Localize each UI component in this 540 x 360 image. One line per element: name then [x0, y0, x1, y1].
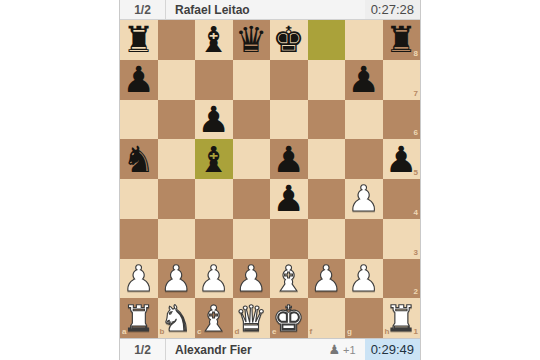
file-label-g: g [347, 328, 352, 336]
square-g8[interactable] [345, 20, 383, 60]
white-pawn[interactable]: ♟ [235, 259, 267, 298]
square-a5[interactable]: ♞ [120, 139, 158, 179]
square-g4[interactable]: ♟ [345, 179, 383, 219]
square-c1[interactable]: c♝ [195, 298, 233, 338]
square-g7[interactable]: ♟ [345, 60, 383, 100]
file-label-f: f [310, 328, 313, 336]
black-knight[interactable]: ♞ [123, 140, 155, 179]
bottom-player-clock: 0:29:49 [365, 339, 420, 360]
square-b5[interactable] [158, 139, 196, 179]
square-a2[interactable]: ♟ [120, 259, 158, 299]
square-f1[interactable]: f [308, 298, 346, 338]
square-b1[interactable]: b♞ [158, 298, 196, 338]
square-a7[interactable]: ♟ [120, 60, 158, 100]
square-h5[interactable]: 5♟ [383, 139, 421, 179]
black-queen[interactable]: ♛ [235, 20, 267, 59]
black-pawn[interactable]: ♟ [273, 179, 305, 218]
square-g6[interactable] [345, 100, 383, 140]
square-e3[interactable] [270, 219, 308, 259]
square-e6[interactable] [270, 100, 308, 140]
black-bishop[interactable]: ♝ [198, 20, 230, 59]
square-c6[interactable]: ♟ [195, 100, 233, 140]
rank-label-5: 5 [414, 169, 418, 177]
material-count: +1 [343, 344, 356, 356]
square-h4[interactable]: 4 [383, 179, 421, 219]
square-f6[interactable] [308, 100, 346, 140]
square-d3[interactable] [233, 219, 271, 259]
square-h3[interactable]: 3 [383, 219, 421, 259]
black-pawn[interactable]: ♟ [348, 60, 380, 99]
square-h2[interactable]: 2 [383, 259, 421, 299]
square-g1[interactable]: g [345, 298, 383, 338]
square-b6[interactable] [158, 100, 196, 140]
top-player-clock: 0:27:28 [365, 0, 420, 19]
rank-label-4: 4 [414, 209, 418, 217]
square-c7[interactable] [195, 60, 233, 100]
square-c8[interactable]: ♝ [195, 20, 233, 60]
white-queen[interactable]: ♛ [235, 299, 267, 338]
square-e7[interactable] [270, 60, 308, 100]
white-pawn[interactable]: ♟ [123, 259, 155, 298]
white-pawn[interactable]: ♟ [160, 259, 192, 298]
square-c5[interactable]: ♝ [195, 139, 233, 179]
square-b8[interactable] [158, 20, 196, 60]
black-pawn[interactable]: ♟ [123, 60, 155, 99]
white-king[interactable]: ♚ [273, 299, 305, 338]
square-e2[interactable]: ♝ [270, 259, 308, 299]
pawn-icon: ♟ [328, 343, 340, 356]
square-d5[interactable] [233, 139, 271, 179]
black-bishop[interactable]: ♝ [198, 140, 230, 179]
square-d8[interactable]: ♛ [233, 20, 271, 60]
white-pawn[interactable]: ♟ [198, 259, 230, 298]
white-pawn[interactable]: ♟ [348, 179, 380, 218]
square-c4[interactable] [195, 179, 233, 219]
square-d1[interactable]: d♛ [233, 298, 271, 338]
chess-tv-widget: 1/2 Rafael Leitao 0:27:28 ♜♝♛♚8♜♟♟7♟6♞♝♟… [119, 0, 421, 360]
square-c2[interactable]: ♟ [195, 259, 233, 299]
square-b4[interactable] [158, 179, 196, 219]
rank-label-8: 8 [414, 50, 418, 58]
black-pawn[interactable]: ♟ [198, 100, 230, 139]
square-g2[interactable]: ♟ [345, 259, 383, 299]
chess-board: ♜♝♛♚8♜♟♟7♟6♞♝♟5♟♟♟43♟♟♟♟♝♟♟2a♜b♞c♝d♛e♚fg… [120, 20, 420, 338]
page: 1/2 Rafael Leitao 0:27:28 ♜♝♛♚8♜♟♟7♟6♞♝♟… [0, 0, 540, 360]
white-bishop[interactable]: ♝ [198, 299, 230, 338]
square-d7[interactable] [233, 60, 271, 100]
material-advantage: ♟ +1 [328, 339, 355, 360]
square-e5[interactable]: ♟ [270, 139, 308, 179]
square-b3[interactable] [158, 219, 196, 259]
square-a3[interactable] [120, 219, 158, 259]
black-rook[interactable]: ♜ [123, 20, 155, 59]
square-g5[interactable] [345, 139, 383, 179]
square-c3[interactable] [195, 219, 233, 259]
white-knight[interactable]: ♞ [160, 299, 192, 338]
square-d6[interactable] [233, 100, 271, 140]
rank-label-3: 3 [414, 249, 418, 257]
square-h1[interactable]: h1♜ [383, 298, 421, 338]
bottom-player-name: Alexandr Fier [166, 339, 328, 360]
black-pawn[interactable]: ♟ [385, 140, 417, 179]
square-d4[interactable] [233, 179, 271, 219]
black-pawn[interactable]: ♟ [273, 140, 305, 179]
top-player-bar: 1/2 Rafael Leitao 0:27:28 [120, 0, 420, 20]
white-bishop[interactable]: ♝ [273, 259, 305, 298]
square-f8[interactable] [308, 20, 346, 60]
square-b2[interactable]: ♟ [158, 259, 196, 299]
rank-label-6: 6 [414, 129, 418, 137]
square-g3[interactable] [345, 219, 383, 259]
square-a8[interactable]: ♜ [120, 20, 158, 60]
black-king[interactable]: ♚ [273, 20, 305, 59]
white-rook[interactable]: ♜ [123, 299, 155, 338]
white-rook[interactable]: ♜ [385, 299, 417, 338]
square-f3[interactable] [308, 219, 346, 259]
square-f7[interactable] [308, 60, 346, 100]
top-player-name: Rafael Leitao [166, 0, 365, 19]
square-h8[interactable]: 8♜ [383, 20, 421, 60]
square-a6[interactable] [120, 100, 158, 140]
white-pawn[interactable]: ♟ [348, 259, 380, 298]
rank-label-7: 7 [414, 90, 418, 98]
square-h7[interactable]: 7 [383, 60, 421, 100]
square-e1[interactable]: e♚ [270, 298, 308, 338]
square-b7[interactable] [158, 60, 196, 100]
bottom-player-score: 1/2 [120, 339, 166, 360]
square-a1[interactable]: a♜ [120, 298, 158, 338]
square-h6[interactable]: 6 [383, 100, 421, 140]
square-a4[interactable] [120, 179, 158, 219]
square-d2[interactable]: ♟ [233, 259, 271, 299]
square-f2[interactable]: ♟ [308, 259, 346, 299]
square-f5[interactable] [308, 139, 346, 179]
rank-label-2: 2 [414, 288, 418, 296]
bottom-player-bar: 1/2 Alexandr Fier ♟ +1 0:29:49 [120, 338, 420, 360]
white-pawn[interactable]: ♟ [310, 259, 342, 298]
square-e4[interactable]: ♟ [270, 179, 308, 219]
black-rook[interactable]: ♜ [385, 20, 417, 59]
top-player-score: 1/2 [120, 0, 166, 19]
square-e8[interactable]: ♚ [270, 20, 308, 60]
square-f4[interactable] [308, 179, 346, 219]
